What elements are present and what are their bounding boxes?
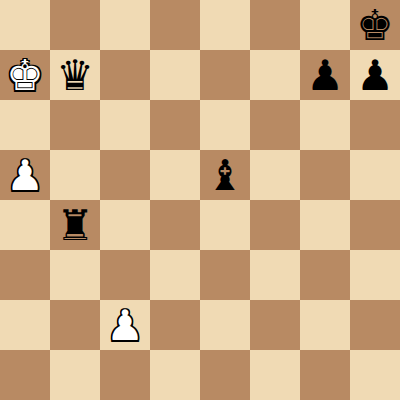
square-e7[interactable]: [200, 50, 250, 100]
square-d8[interactable]: [150, 0, 200, 50]
square-g5[interactable]: [300, 150, 350, 200]
square-c8[interactable]: [100, 0, 150, 50]
square-h7[interactable]: ♟: [350, 50, 400, 100]
square-c7[interactable]: [100, 50, 150, 100]
square-f7[interactable]: [250, 50, 300, 100]
square-f3[interactable]: [250, 250, 300, 300]
square-f4[interactable]: [250, 200, 300, 250]
square-a7[interactable]: ♚: [0, 50, 50, 100]
square-g3[interactable]: [300, 250, 350, 300]
square-b4[interactable]: ♜: [50, 200, 100, 250]
square-b5[interactable]: [50, 150, 100, 200]
piece-black-king[interactable]: ♚: [356, 5, 394, 47]
square-g7[interactable]: ♟: [300, 50, 350, 100]
square-d2[interactable]: [150, 300, 200, 350]
piece-black-bishop[interactable]: ♝: [206, 155, 244, 197]
square-a5[interactable]: ♟: [0, 150, 50, 200]
piece-black-rook[interactable]: ♜: [56, 205, 94, 247]
square-e1[interactable]: [200, 350, 250, 400]
piece-white-pawn[interactable]: ♟: [106, 305, 144, 347]
square-g2[interactable]: [300, 300, 350, 350]
square-h1[interactable]: [350, 350, 400, 400]
piece-black-pawn[interactable]: ♟: [356, 55, 394, 97]
square-c4[interactable]: [100, 200, 150, 250]
square-a8[interactable]: [0, 0, 50, 50]
square-e6[interactable]: [200, 100, 250, 150]
square-d3[interactable]: [150, 250, 200, 300]
piece-black-queen[interactable]: ♛: [56, 55, 94, 97]
square-b2[interactable]: [50, 300, 100, 350]
square-d1[interactable]: [150, 350, 200, 400]
square-c5[interactable]: [100, 150, 150, 200]
square-h8[interactable]: ♚: [350, 0, 400, 50]
square-f1[interactable]: [250, 350, 300, 400]
square-e5[interactable]: ♝: [200, 150, 250, 200]
square-h3[interactable]: [350, 250, 400, 300]
square-a6[interactable]: [0, 100, 50, 150]
square-g8[interactable]: [300, 0, 350, 50]
square-d4[interactable]: [150, 200, 200, 250]
piece-black-pawn[interactable]: ♟: [306, 55, 344, 97]
square-h5[interactable]: [350, 150, 400, 200]
square-e8[interactable]: [200, 0, 250, 50]
piece-white-king[interactable]: ♚: [6, 55, 44, 97]
square-e4[interactable]: [200, 200, 250, 250]
square-g4[interactable]: [300, 200, 350, 250]
square-f8[interactable]: [250, 0, 300, 50]
square-b8[interactable]: [50, 0, 100, 50]
square-b7[interactable]: ♛: [50, 50, 100, 100]
square-c1[interactable]: [100, 350, 150, 400]
square-f2[interactable]: [250, 300, 300, 350]
square-e3[interactable]: [200, 250, 250, 300]
square-a1[interactable]: [0, 350, 50, 400]
square-h2[interactable]: [350, 300, 400, 350]
square-h4[interactable]: [350, 200, 400, 250]
square-e2[interactable]: [200, 300, 250, 350]
square-f6[interactable]: [250, 100, 300, 150]
square-a3[interactable]: [0, 250, 50, 300]
square-c3[interactable]: [100, 250, 150, 300]
square-g1[interactable]: [300, 350, 350, 400]
square-d5[interactable]: [150, 150, 200, 200]
square-c6[interactable]: [100, 100, 150, 150]
square-f5[interactable]: [250, 150, 300, 200]
square-a4[interactable]: [0, 200, 50, 250]
square-b1[interactable]: [50, 350, 100, 400]
piece-white-pawn[interactable]: ♟: [6, 155, 44, 197]
square-a2[interactable]: [0, 300, 50, 350]
square-b6[interactable]: [50, 100, 100, 150]
square-g6[interactable]: [300, 100, 350, 150]
square-d7[interactable]: [150, 50, 200, 100]
square-h6[interactable]: [350, 100, 400, 150]
square-c2[interactable]: ♟: [100, 300, 150, 350]
chess-board: ♚♚♛♟♟♟♝♜♟: [0, 0, 400, 400]
square-b3[interactable]: [50, 250, 100, 300]
square-d6[interactable]: [150, 100, 200, 150]
